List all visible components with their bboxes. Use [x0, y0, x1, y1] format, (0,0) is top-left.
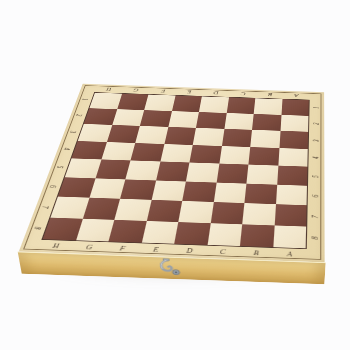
file-label: D — [172, 245, 207, 257]
square-d4 — [189, 145, 221, 164]
square-b2 — [252, 114, 281, 131]
square-e1 — [172, 96, 202, 112]
chess-board: HGFEDCBA HGFEDCBA 12345678 12345678 — [19, 84, 325, 263]
rank-label: 8 — [299, 232, 332, 244]
file-label: G — [71, 242, 108, 254]
rank-label: 7 — [27, 201, 62, 212]
square-a3 — [279, 131, 308, 149]
square-e2 — [168, 111, 199, 128]
file-label: B — [239, 248, 273, 260]
square-g7 — [82, 198, 120, 220]
square-b3 — [250, 130, 280, 148]
square-b7 — [242, 203, 275, 225]
square-f7 — [114, 199, 151, 221]
rank-label: 5 — [42, 162, 75, 172]
square-g6 — [89, 178, 125, 199]
square-b6 — [244, 183, 276, 204]
square-f6 — [120, 179, 156, 200]
square-h7 — [51, 197, 89, 219]
square-a6 — [275, 184, 306, 205]
square-a2 — [280, 115, 308, 132]
square-e4 — [160, 144, 193, 163]
square-c4 — [219, 146, 250, 165]
square-f1 — [144, 95, 175, 111]
square-f8 — [108, 219, 146, 242]
square-e3 — [164, 127, 196, 145]
square-c5 — [216, 164, 248, 184]
square-c2 — [224, 113, 254, 130]
rank-labels-right: 12345678 — [308, 100, 324, 250]
rank-label: 7 — [300, 211, 332, 222]
board-top-surface: HGFEDCBA HGFEDCBA 12345678 12345678 — [19, 84, 325, 263]
square-c3 — [222, 129, 253, 147]
square-a7 — [274, 204, 306, 226]
square-c8 — [207, 223, 242, 246]
rank-label: 8 — [18, 223, 55, 235]
square-g8 — [76, 218, 115, 241]
square-h5 — [65, 158, 101, 178]
square-f5 — [125, 160, 160, 180]
square-c6 — [213, 182, 246, 203]
product-photo: HGFEDCBA HGFEDCBA 12345678 12345678 — [0, 0, 350, 350]
square-f2 — [140, 110, 172, 127]
square-a1 — [281, 99, 309, 115]
clasp-latch-icon — [153, 258, 183, 279]
square-d6 — [182, 181, 216, 202]
rank-label: 6 — [301, 191, 332, 201]
square-e8 — [141, 221, 178, 244]
square-d1 — [199, 96, 229, 112]
square-b8 — [240, 224, 274, 247]
square-e7 — [146, 200, 182, 222]
file-label: F — [105, 243, 141, 255]
file-label: H — [37, 241, 74, 253]
square-a8 — [273, 225, 306, 248]
square-d3 — [193, 128, 224, 146]
square-c1 — [226, 97, 255, 113]
square-a4 — [278, 148, 308, 167]
square-d7 — [178, 201, 213, 223]
file-label: E — [138, 244, 174, 256]
square-h8 — [43, 217, 83, 240]
square-f4 — [130, 143, 164, 162]
square-d5 — [186, 162, 219, 182]
square-b5 — [246, 165, 277, 185]
square-g5 — [95, 159, 130, 179]
square-f3 — [135, 126, 168, 144]
rank-labels-left: 12345678 — [25, 92, 94, 240]
square-c7 — [210, 202, 244, 224]
rank-label: 6 — [35, 181, 69, 191]
square-e5 — [156, 161, 190, 181]
square-h6 — [58, 177, 95, 198]
square-a5 — [277, 166, 308, 186]
board-grid — [41, 92, 309, 249]
square-b4 — [248, 147, 279, 166]
square-d2 — [196, 112, 226, 129]
square-b1 — [254, 98, 282, 114]
square-e6 — [151, 180, 186, 201]
square-d8 — [174, 222, 210, 245]
file-label: C — [206, 246, 241, 258]
rank-label: 5 — [301, 171, 331, 181]
file-label: A — [273, 249, 307, 261]
